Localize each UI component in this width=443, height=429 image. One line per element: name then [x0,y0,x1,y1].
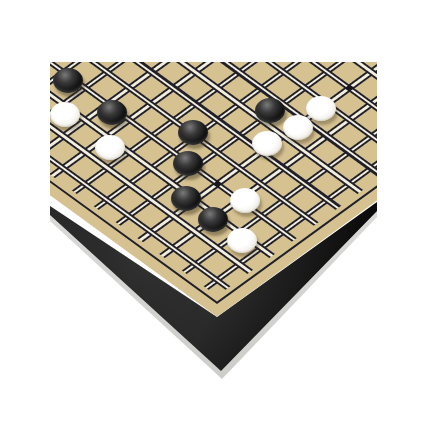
black-stone[interactable] [171,186,201,211]
white-stone[interactable] [227,228,257,253]
white-stone[interactable] [283,115,313,140]
white-stone[interactable] [95,135,125,160]
black-stone[interactable] [173,151,203,176]
product-photo [0,0,443,429]
white-stone[interactable] [252,131,282,156]
white-stone[interactable] [306,96,336,121]
black-stone[interactable] [255,98,285,123]
white-stone[interactable] [50,102,80,127]
black-stone[interactable] [178,120,208,145]
black-stone[interactable] [53,68,83,93]
star-point-icon [344,84,354,91]
star-point-icon [212,180,222,187]
black-stone[interactable] [97,100,127,125]
black-stone[interactable] [198,207,228,232]
white-stone[interactable] [230,188,260,213]
go-board-grid[interactable] [0,0,443,317]
